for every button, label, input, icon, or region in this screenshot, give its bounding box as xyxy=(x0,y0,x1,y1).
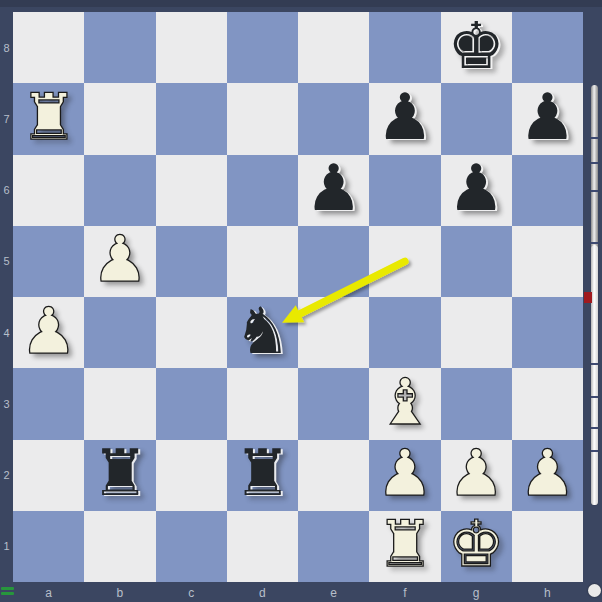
corner-handle-dot[interactable] xyxy=(588,584,601,597)
square-d7[interactable] xyxy=(227,83,298,154)
square-g1[interactable]: ♚ xyxy=(441,511,512,582)
square-b2[interactable]: ♜ xyxy=(84,440,155,511)
square-f6[interactable] xyxy=(369,155,440,226)
square-e5[interactable] xyxy=(298,226,369,297)
square-c7[interactable] xyxy=(156,83,227,154)
piece-white-bishop-f3[interactable]: ♝ xyxy=(376,370,433,434)
piece-black-pawn-f7[interactable]: ♟ xyxy=(376,85,433,149)
square-d6[interactable] xyxy=(227,155,298,226)
slider-tick xyxy=(591,363,598,365)
slider-tick xyxy=(591,396,598,398)
square-f5[interactable] xyxy=(369,226,440,297)
square-c4[interactable] xyxy=(156,297,227,368)
slider-tick xyxy=(591,427,598,429)
file-label-e: e xyxy=(298,583,369,602)
square-b3[interactable] xyxy=(84,368,155,439)
piece-black-rook-d2[interactable]: ♜ xyxy=(234,441,291,505)
square-a6[interactable] xyxy=(13,155,84,226)
square-h1[interactable] xyxy=(512,511,583,582)
square-b5[interactable]: ♟ xyxy=(84,226,155,297)
square-a1[interactable] xyxy=(13,511,84,582)
square-f2[interactable]: ♟ xyxy=(369,440,440,511)
slider-tick xyxy=(591,242,598,244)
square-a5[interactable] xyxy=(13,226,84,297)
piece-white-pawn-f2[interactable]: ♟ xyxy=(376,441,433,505)
square-e2[interactable] xyxy=(298,440,369,511)
slider-tick xyxy=(591,450,598,452)
square-d3[interactable] xyxy=(227,368,298,439)
square-g7[interactable] xyxy=(441,83,512,154)
square-g6[interactable]: ♟ xyxy=(441,155,512,226)
piece-black-pawn-h7[interactable]: ♟ xyxy=(519,85,576,149)
game-progress-slider-thumb[interactable] xyxy=(591,245,598,505)
square-e3[interactable] xyxy=(298,368,369,439)
square-b6[interactable] xyxy=(84,155,155,226)
piece-white-rook-f1[interactable]: ♜ xyxy=(376,512,433,576)
piece-white-rook-a7[interactable]: ♜ xyxy=(20,85,77,149)
square-h3[interactable] xyxy=(512,368,583,439)
square-e4[interactable] xyxy=(298,297,369,368)
square-e6[interactable]: ♟ xyxy=(298,155,369,226)
rank-label-3: 3 xyxy=(0,368,13,439)
square-f1[interactable]: ♜ xyxy=(369,511,440,582)
square-a3[interactable] xyxy=(13,368,84,439)
square-b7[interactable] xyxy=(84,83,155,154)
board-frame: ♚♜♟♟♟♟♟♟♞♝♜♜♟♟♟♜♚ 87654321 abcdefgh xyxy=(0,0,602,602)
square-b1[interactable] xyxy=(84,511,155,582)
file-label-h: h xyxy=(512,583,583,602)
piece-black-knight-d4[interactable]: ♞ xyxy=(234,299,291,363)
rank-label-7: 7 xyxy=(0,83,13,154)
piece-white-pawn-a4[interactable]: ♟ xyxy=(20,299,77,363)
file-label-b: b xyxy=(84,583,155,602)
file-label-d: d xyxy=(227,583,298,602)
piece-white-pawn-b5[interactable]: ♟ xyxy=(91,227,148,291)
square-c6[interactable] xyxy=(156,155,227,226)
piece-black-pawn-e6[interactable]: ♟ xyxy=(305,156,362,220)
square-g8[interactable]: ♚ xyxy=(441,12,512,83)
slider-tick xyxy=(591,190,598,192)
square-a4[interactable]: ♟ xyxy=(13,297,84,368)
piece-white-pawn-g2[interactable]: ♟ xyxy=(447,441,504,505)
file-label-g: g xyxy=(441,583,512,602)
piece-black-pawn-g6[interactable]: ♟ xyxy=(447,156,504,220)
square-c2[interactable] xyxy=(156,440,227,511)
square-h8[interactable] xyxy=(512,12,583,83)
square-f7[interactable]: ♟ xyxy=(369,83,440,154)
equal-eval-bar xyxy=(1,587,14,590)
slider-tick xyxy=(591,137,598,139)
square-g4[interactable] xyxy=(441,297,512,368)
rank-label-8: 8 xyxy=(0,12,13,83)
square-f8[interactable] xyxy=(369,12,440,83)
square-e1[interactable] xyxy=(298,511,369,582)
square-h2[interactable]: ♟ xyxy=(512,440,583,511)
file-label-a: a xyxy=(13,583,84,602)
square-h7[interactable]: ♟ xyxy=(512,83,583,154)
square-g3[interactable] xyxy=(441,368,512,439)
rank-label-4: 4 xyxy=(0,297,13,368)
chess-board: ♚♜♟♟♟♟♟♟♞♝♜♜♟♟♟♜♚ xyxy=(13,12,583,582)
square-e8[interactable] xyxy=(298,12,369,83)
square-g5[interactable] xyxy=(441,226,512,297)
square-h6[interactable] xyxy=(512,155,583,226)
piece-black-king-g8[interactable]: ♚ xyxy=(447,14,504,78)
file-label-c: c xyxy=(156,583,227,602)
square-c5[interactable] xyxy=(156,226,227,297)
square-e7[interactable] xyxy=(298,83,369,154)
rank-label-6: 6 xyxy=(0,155,13,226)
square-f4[interactable] xyxy=(369,297,440,368)
square-a8[interactable] xyxy=(13,12,84,83)
piece-black-rook-b2[interactable]: ♜ xyxy=(91,441,148,505)
square-d8[interactable] xyxy=(227,12,298,83)
frame-top-strip xyxy=(0,0,602,7)
square-c8[interactable] xyxy=(156,12,227,83)
square-b4[interactable] xyxy=(84,297,155,368)
square-d2[interactable]: ♜ xyxy=(227,440,298,511)
piece-white-king-g1[interactable]: ♚ xyxy=(447,512,504,576)
square-d4[interactable]: ♞ xyxy=(227,297,298,368)
square-d1[interactable] xyxy=(227,511,298,582)
file-label-f: f xyxy=(369,583,440,602)
rank-label-1: 1 xyxy=(0,511,13,582)
square-d5[interactable] xyxy=(227,226,298,297)
square-h4[interactable] xyxy=(512,297,583,368)
square-a7[interactable]: ♜ xyxy=(13,83,84,154)
rank-label-5: 5 xyxy=(0,226,13,297)
square-h5[interactable] xyxy=(512,226,583,297)
square-b8[interactable] xyxy=(84,12,155,83)
equal-eval-icon xyxy=(1,587,14,596)
square-c1[interactable] xyxy=(156,511,227,582)
square-g2[interactable]: ♟ xyxy=(441,440,512,511)
square-c3[interactable] xyxy=(156,368,227,439)
slider-tick xyxy=(591,162,598,164)
piece-white-pawn-h2[interactable]: ♟ xyxy=(519,441,576,505)
square-f3[interactable]: ♝ xyxy=(369,368,440,439)
equal-eval-bar xyxy=(1,592,14,595)
rank-label-2: 2 xyxy=(0,440,13,511)
square-a2[interactable] xyxy=(13,440,84,511)
slider-red-mark xyxy=(584,292,592,303)
